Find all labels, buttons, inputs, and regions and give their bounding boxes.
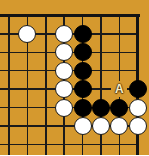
black-stone	[92, 99, 110, 117]
black-stone	[74, 43, 92, 61]
black-stone	[74, 25, 92, 43]
go-board: A	[0, 0, 149, 155]
board-top-edge	[0, 14, 140, 17]
white-stone	[55, 99, 73, 117]
white-stone	[55, 25, 73, 43]
grid-line-v	[45, 16, 47, 156]
white-stone	[129, 117, 147, 135]
white-stone	[18, 25, 36, 43]
grid-line-h	[0, 144, 139, 146]
white-stone	[92, 117, 110, 135]
white-stone	[74, 117, 92, 135]
white-stone	[55, 80, 73, 98]
grid-line-v	[8, 16, 10, 156]
point-label-a[interactable]: A	[111, 81, 127, 97]
black-stone	[129, 80, 147, 98]
black-stone	[110, 99, 128, 117]
white-stone	[110, 117, 128, 135]
black-stone	[74, 99, 92, 117]
white-stone	[55, 43, 73, 61]
white-stone	[129, 99, 147, 117]
black-stone	[74, 80, 92, 98]
white-stone	[55, 62, 73, 80]
black-stone	[74, 62, 92, 80]
